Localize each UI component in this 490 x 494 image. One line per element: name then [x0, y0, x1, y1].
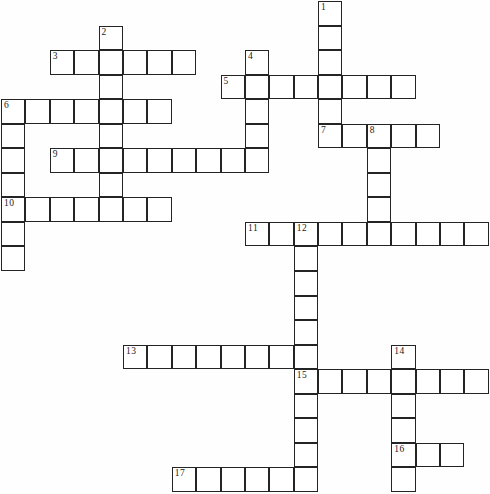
- cell-r10-c12[interactable]: [294, 246, 318, 271]
- cell-r8-c4[interactable]: [99, 197, 123, 222]
- clue-number-9: 9: [53, 149, 58, 160]
- cell-r5-c16[interactable]: [391, 124, 415, 149]
- cell-r17-c16[interactable]: [391, 418, 415, 443]
- cell-r8-c1[interactable]: [25, 197, 49, 222]
- cell-r5-c13[interactable]: 7: [318, 124, 342, 149]
- cell-r4-c13[interactable]: [318, 99, 342, 124]
- cell-r4-c1[interactable]: [25, 99, 49, 124]
- cell-r11-c12[interactable]: [294, 271, 318, 296]
- cell-r15-c13[interactable]: [318, 369, 342, 394]
- cell-r4-c10[interactable]: [245, 99, 269, 124]
- cell-r19-c9[interactable]: [221, 467, 245, 492]
- cell-r2-c3[interactable]: [74, 50, 98, 75]
- cell-r15-c19[interactable]: [464, 369, 488, 394]
- cell-r5-c4[interactable]: [99, 124, 123, 149]
- clue-number-5: 5: [224, 76, 229, 87]
- cell-r3-c4[interactable]: [99, 75, 123, 100]
- cell-r14-c7[interactable]: [172, 345, 196, 370]
- cell-r4-c2[interactable]: [50, 99, 74, 124]
- clue-number-15: 15: [297, 370, 308, 381]
- clue-number-3: 3: [53, 51, 58, 62]
- clue-number-17: 17: [175, 468, 186, 479]
- cell-r3-c11[interactable]: [269, 75, 293, 100]
- cell-r19-c8[interactable]: [196, 467, 220, 492]
- cell-r17-c12[interactable]: [294, 418, 318, 443]
- cell-r14-c10[interactable]: [245, 345, 269, 370]
- cell-r8-c5[interactable]: [123, 197, 147, 222]
- cell-r7-c4[interactable]: [99, 173, 123, 198]
- cell-r2-c10[interactable]: 4: [245, 50, 269, 75]
- clue-number-1: 1: [321, 2, 326, 13]
- clue-number-12: 12: [297, 223, 308, 234]
- cell-r8-c2[interactable]: [50, 197, 74, 222]
- clue-number-6: 6: [4, 100, 9, 111]
- clue-number-14: 14: [394, 346, 405, 357]
- cell-r14-c5[interactable]: 13: [123, 345, 147, 370]
- clue-number-16: 16: [394, 444, 405, 455]
- cell-r3-c9[interactable]: 5: [221, 75, 245, 100]
- cell-r9-c15[interactable]: [367, 222, 391, 247]
- cell-r2-c4[interactable]: [99, 50, 123, 75]
- cell-r3-c13[interactable]: [318, 75, 342, 100]
- cell-r6-c15[interactable]: [367, 148, 391, 173]
- cell-r14-c16[interactable]: 14: [391, 345, 415, 370]
- cell-r9-c12[interactable]: 12: [294, 222, 318, 247]
- cell-r9-c16[interactable]: [391, 222, 415, 247]
- cell-r12-c12[interactable]: [294, 296, 318, 321]
- cell-r14-c11[interactable]: [269, 345, 293, 370]
- cell-r8-c0[interactable]: 10: [1, 197, 25, 222]
- cell-r15-c12[interactable]: 15: [294, 369, 318, 394]
- cell-r5-c10[interactable]: [245, 124, 269, 149]
- cell-r3-c14[interactable]: [342, 75, 366, 100]
- cell-r16-c16[interactable]: [391, 394, 415, 419]
- cell-r6-c0[interactable]: [1, 148, 25, 173]
- cell-r6-c4[interactable]: [99, 148, 123, 173]
- cell-r0-c13[interactable]: 1: [318, 1, 342, 26]
- cell-r6-c8[interactable]: [196, 148, 220, 173]
- cell-r4-c0[interactable]: 6: [1, 99, 25, 124]
- cell-r3-c12[interactable]: [294, 75, 318, 100]
- cell-r10-c0[interactable]: [1, 246, 25, 271]
- cell-r14-c9[interactable]: [221, 345, 245, 370]
- clue-number-4: 4: [248, 51, 253, 62]
- cell-r16-c12[interactable]: [294, 394, 318, 419]
- cell-r18-c12[interactable]: [294, 443, 318, 468]
- cell-r19-c7[interactable]: 17: [172, 467, 196, 492]
- cell-r2-c5[interactable]: [123, 50, 147, 75]
- cell-r9-c17[interactable]: [416, 222, 440, 247]
- cell-r3-c10[interactable]: [245, 75, 269, 100]
- cell-r19-c11[interactable]: [269, 467, 293, 492]
- cell-r18-c17[interactable]: [416, 443, 440, 468]
- cell-r19-c12[interactable]: [294, 467, 318, 492]
- cell-r15-c15[interactable]: [367, 369, 391, 394]
- cell-r9-c10[interactable]: 11: [245, 222, 269, 247]
- cell-r9-c19[interactable]: [464, 222, 488, 247]
- cell-r5-c14[interactable]: [342, 124, 366, 149]
- cell-r6-c3[interactable]: [74, 148, 98, 173]
- cell-r15-c18[interactable]: [440, 369, 464, 394]
- cell-r18-c18[interactable]: [440, 443, 464, 468]
- cell-r6-c9[interactable]: [221, 148, 245, 173]
- cell-r2-c6[interactable]: [147, 50, 171, 75]
- cell-r6-c6[interactable]: [147, 148, 171, 173]
- cell-r15-c14[interactable]: [342, 369, 366, 394]
- cell-r5-c0[interactable]: [1, 124, 25, 149]
- crossword-page: 1234567891011121314151617: [0, 0, 490, 494]
- cell-r5-c17[interactable]: [416, 124, 440, 149]
- clue-number-13: 13: [126, 346, 137, 357]
- cell-r6-c2[interactable]: 9: [50, 148, 74, 173]
- cell-r14-c12[interactable]: [294, 345, 318, 370]
- cell-r9-c14[interactable]: [342, 222, 366, 247]
- cell-r1-c13[interactable]: [318, 26, 342, 51]
- cell-r9-c11[interactable]: [269, 222, 293, 247]
- cell-r13-c12[interactable]: [294, 320, 318, 345]
- cell-r19-c10[interactable]: [245, 467, 269, 492]
- cell-r3-c15[interactable]: [367, 75, 391, 100]
- cell-r7-c0[interactable]: [1, 173, 25, 198]
- cell-r8-c15[interactable]: [367, 197, 391, 222]
- cell-r9-c0[interactable]: [1, 222, 25, 247]
- cell-r2-c7[interactable]: [172, 50, 196, 75]
- cell-r2-c2[interactable]: 3: [50, 50, 74, 75]
- crossword-board: 1234567891011121314151617: [1, 1, 489, 492]
- clue-number-7: 7: [321, 125, 326, 136]
- cell-r14-c6[interactable]: [147, 345, 171, 370]
- cell-r14-c8[interactable]: [196, 345, 220, 370]
- cell-r7-c15[interactable]: [367, 173, 391, 198]
- cell-r19-c16[interactable]: [391, 467, 415, 492]
- cell-r5-c15[interactable]: 8: [367, 124, 391, 149]
- cell-r2-c13[interactable]: [318, 50, 342, 75]
- cell-r1-c4[interactable]: 2: [99, 26, 123, 51]
- cell-r6-c5[interactable]: [123, 148, 147, 173]
- cell-r4-c6[interactable]: [147, 99, 171, 124]
- clue-number-11: 11: [248, 223, 258, 234]
- cell-r15-c17[interactable]: [416, 369, 440, 394]
- cell-r9-c18[interactable]: [440, 222, 464, 247]
- cell-r4-c5[interactable]: [123, 99, 147, 124]
- cell-r8-c3[interactable]: [74, 197, 98, 222]
- cell-r9-c13[interactable]: [318, 222, 342, 247]
- cell-r6-c7[interactable]: [172, 148, 196, 173]
- cell-r8-c6[interactable]: [147, 197, 171, 222]
- cell-r18-c16[interactable]: 16: [391, 443, 415, 468]
- cell-r3-c16[interactable]: [391, 75, 415, 100]
- clue-number-10: 10: [4, 198, 15, 209]
- cell-r15-c16[interactable]: [391, 369, 415, 394]
- cell-r4-c4[interactable]: [99, 99, 123, 124]
- cell-r6-c10[interactable]: [245, 148, 269, 173]
- clue-number-2: 2: [102, 27, 107, 38]
- clue-number-8: 8: [370, 125, 375, 136]
- cell-r4-c3[interactable]: [74, 99, 98, 124]
